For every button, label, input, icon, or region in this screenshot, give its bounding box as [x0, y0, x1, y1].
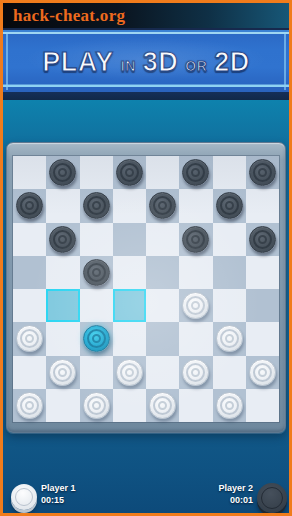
board-cell-a8: [13, 156, 46, 189]
player2-checker-icon: [257, 483, 287, 513]
white-piece[interactable]: [182, 292, 209, 319]
banner-word-2d: 2D: [214, 47, 250, 78]
board-cell-h8[interactable]: [246, 156, 279, 189]
board-cell-e1[interactable]: [146, 389, 179, 422]
board-cell-a6: [13, 223, 46, 256]
player1-checker-icon: [11, 484, 37, 510]
board-cell-d7: [113, 189, 146, 222]
player2-name: Player 2: [218, 483, 253, 493]
board-cell-g6: [213, 223, 246, 256]
white-piece[interactable]: [49, 359, 76, 386]
watermark-text: hack-cheat.org: [3, 6, 125, 26]
banner-text: PLAY IN 3D OR 2D: [42, 47, 250, 78]
board-cell-f6[interactable]: [179, 223, 212, 256]
white-piece[interactable]: [182, 359, 209, 386]
dark-piece[interactable]: [182, 159, 209, 186]
board-cell-b2[interactable]: [46, 356, 79, 389]
white-piece[interactable]: [16, 325, 43, 352]
dark-piece[interactable]: [149, 192, 176, 219]
board-cell-g8: [213, 156, 246, 189]
board-cell-a2: [13, 356, 46, 389]
player2-timer: 00:01: [230, 495, 253, 505]
board-cell-f7: [179, 189, 212, 222]
board-cell-a7[interactable]: [13, 189, 46, 222]
board-cell-c8: [80, 156, 113, 189]
board-cell-h2[interactable]: [246, 356, 279, 389]
board: [13, 156, 279, 422]
board-cell-d3: [113, 322, 146, 355]
board-cell-b8[interactable]: [46, 156, 79, 189]
white-piece[interactable]: [83, 392, 110, 419]
white-piece[interactable]: [249, 359, 276, 386]
board-cell-f4[interactable]: [179, 289, 212, 322]
board-cell-g5[interactable]: [213, 256, 246, 289]
board-cell-c4: [80, 289, 113, 322]
dark-piece[interactable]: [182, 226, 209, 253]
board-cell-h1: [246, 389, 279, 422]
board-cell-c3[interactable]: [80, 322, 113, 355]
dark-piece[interactable]: [216, 192, 243, 219]
board-cell-h7: [246, 189, 279, 222]
board-cell-a4: [13, 289, 46, 322]
board-cell-h5: [246, 256, 279, 289]
move-target-cell-b4[interactable]: [46, 289, 79, 322]
dark-piece[interactable]: [116, 159, 143, 186]
board-cell-e5[interactable]: [146, 256, 179, 289]
board-cell-c6: [80, 223, 113, 256]
banner-word-play: PLAY: [42, 47, 114, 78]
dark-piece[interactable]: [83, 259, 110, 286]
board-cell-g3[interactable]: [213, 322, 246, 355]
player1-timer: 00:15: [41, 495, 64, 505]
board-cell-g1[interactable]: [213, 389, 246, 422]
banner-word-3d: 3D: [143, 47, 179, 78]
board-cell-b1: [46, 389, 79, 422]
board-cell-f8[interactable]: [179, 156, 212, 189]
board-cell-a5[interactable]: [13, 256, 46, 289]
board-cell-h6[interactable]: [246, 223, 279, 256]
board-cell-g2: [213, 356, 246, 389]
play-mode-banner[interactable]: PLAY IN 3D OR 2D: [3, 28, 289, 100]
banner-word-in: IN: [121, 58, 136, 74]
board-cell-d1: [113, 389, 146, 422]
board-cell-d8[interactable]: [113, 156, 146, 189]
board-cell-b7: [46, 189, 79, 222]
white-piece[interactable]: [216, 325, 243, 352]
board-cell-a1[interactable]: [13, 389, 46, 422]
board-frame: [6, 142, 286, 433]
game-background: Player 1 00:15 Player 2 00:01: [3, 100, 289, 513]
board-cell-c7[interactable]: [80, 189, 113, 222]
board-cell-f5: [179, 256, 212, 289]
dark-piece[interactable]: [49, 159, 76, 186]
white-piece[interactable]: [216, 392, 243, 419]
board-cell-f3: [179, 322, 212, 355]
banner-word-or: OR: [185, 58, 207, 74]
board-cell-e6: [146, 223, 179, 256]
board-cell-e2: [146, 356, 179, 389]
board-cell-h4[interactable]: [246, 289, 279, 322]
dark-piece[interactable]: [49, 226, 76, 253]
move-target-cell-d4[interactable]: [113, 289, 146, 322]
board-cell-e7[interactable]: [146, 189, 179, 222]
board-cell-c1[interactable]: [80, 389, 113, 422]
board-cell-c5[interactable]: [80, 256, 113, 289]
player1-name: Player 1: [41, 483, 76, 493]
board-cell-b3: [46, 322, 79, 355]
white-piece[interactable]: [116, 359, 143, 386]
board-cell-c2: [80, 356, 113, 389]
app-screenshot: hack-cheat.org PLAY IN 3D OR 2D Player 1…: [0, 0, 292, 516]
board-cell-b5: [46, 256, 79, 289]
board-cell-g7[interactable]: [213, 189, 246, 222]
board-cell-e4: [146, 289, 179, 322]
board-cell-e8: [146, 156, 179, 189]
board-cell-a3[interactable]: [13, 322, 46, 355]
dark-piece[interactable]: [249, 159, 276, 186]
board-cell-f1: [179, 389, 212, 422]
board-cell-d6[interactable]: [113, 223, 146, 256]
white-piece[interactable]: [149, 392, 176, 419]
board-cell-f2[interactable]: [179, 356, 212, 389]
board-cell-h3: [246, 322, 279, 355]
board-cell-b6[interactable]: [46, 223, 79, 256]
selected-white-piece[interactable]: [83, 325, 110, 352]
board-cell-d2[interactable]: [113, 356, 146, 389]
white-piece[interactable]: [16, 392, 43, 419]
watermark-bar: hack-cheat.org: [3, 3, 289, 28]
board-cell-d5: [113, 256, 146, 289]
dark-piece[interactable]: [249, 226, 276, 253]
board-cell-g4: [213, 289, 246, 322]
board-cell-e3[interactable]: [146, 322, 179, 355]
dark-piece[interactable]: [16, 192, 43, 219]
dark-piece[interactable]: [83, 192, 110, 219]
